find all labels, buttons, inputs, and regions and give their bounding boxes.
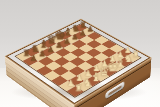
black-pawn-piece: ♟ <box>79 30 86 38</box>
black-pawn-piece: ♟ <box>30 55 37 63</box>
white-pawn-piece: ♟ <box>67 80 75 89</box>
black-pawn-piece: ♟ <box>55 42 62 50</box>
black-pawn-piece: ♟ <box>47 46 54 54</box>
black-pawn-piece: ♟ <box>38 51 45 59</box>
chess-set-photo: ♜♞♝♛♚♝♞♜♟♟♟♟♟♟♟♟♟♟♟♟♟♟♟♟♜♞♝♛♚♝♞♜ <box>0 0 160 107</box>
board-lid: ♜♞♝♛♚♝♞♜♟♟♟♟♟♟♟♟♟♟♟♟♟♟♟♟♜♞♝♛♚♝♞♜ <box>5 19 152 105</box>
scene: ♜♞♝♛♚♝♞♜♟♟♟♟♟♟♟♟♟♟♟♟♟♟♟♟♜♞♝♛♚♝♞♜ <box>0 0 160 107</box>
black-pawn-piece: ♟ <box>87 26 94 33</box>
black-pawn-piece: ♟ <box>63 38 70 46</box>
black-pawn-piece: ♟ <box>71 34 78 42</box>
white-knight-piece: ♞ <box>83 78 93 89</box>
handle-cutout <box>108 85 121 96</box>
white-rook-piece: ♜ <box>74 84 83 94</box>
chess-chest: ♜♞♝♛♚♝♞♜♟♟♟♟♟♟♟♟♟♟♟♟♟♟♟♟♜♞♝♛♚♝♞♜ <box>5 19 152 105</box>
white-rook-piece: ♜ <box>132 51 140 60</box>
